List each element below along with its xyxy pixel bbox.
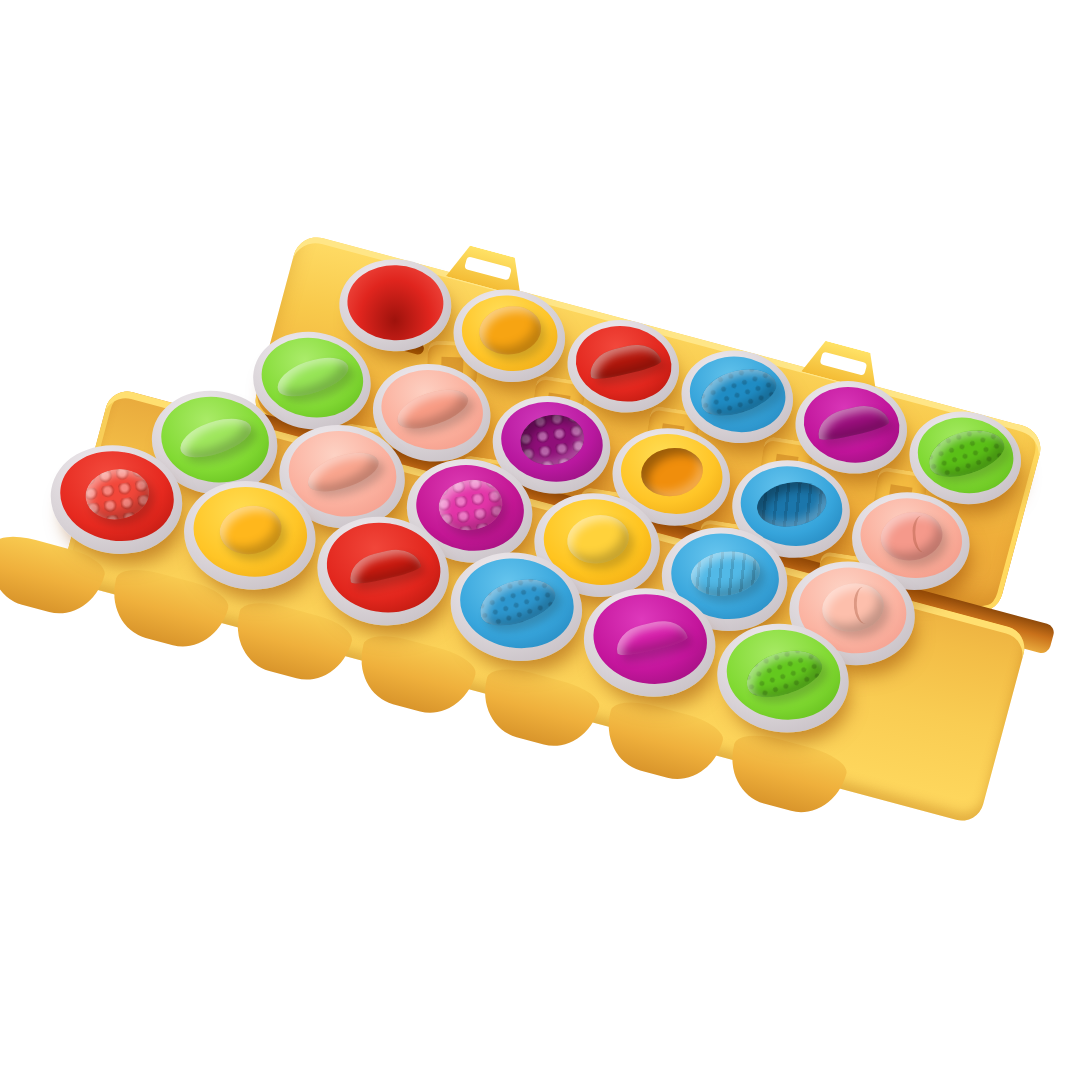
blue-egg-face xyxy=(684,349,791,439)
eggplant-shape xyxy=(612,615,688,658)
chili-pepper-shape xyxy=(586,340,662,383)
egg-shell xyxy=(709,615,856,742)
red-egg-face xyxy=(570,319,677,409)
egg-shell xyxy=(176,472,323,599)
magenta-egg-face xyxy=(587,587,713,692)
egg-4-6-green[interactable] xyxy=(709,615,856,742)
yellow-egg-face xyxy=(456,288,563,378)
eggplant-shape xyxy=(814,401,890,444)
egg-4-1-red[interactable] xyxy=(43,436,190,563)
egg-carton xyxy=(189,232,1046,847)
corn-shape xyxy=(922,421,1009,485)
green-egg-face xyxy=(912,410,1019,500)
egg-4-2-yellow[interactable] xyxy=(176,472,323,599)
pumpkin-shape xyxy=(754,477,830,531)
orange-shape xyxy=(638,443,707,500)
red-egg-face xyxy=(346,263,445,342)
blue-egg-face xyxy=(454,551,580,656)
egg-4-3-red[interactable] xyxy=(309,507,456,634)
corn-shape xyxy=(740,641,827,705)
mango-shape xyxy=(476,302,545,359)
product-photo-stage xyxy=(0,0,1080,1080)
egg-shell xyxy=(309,507,456,634)
orange-shape xyxy=(564,511,633,568)
bitter-melon-shape xyxy=(474,569,561,633)
egg-4-5-magenta[interactable] xyxy=(576,579,723,706)
peach-shape xyxy=(877,507,946,564)
red-egg-face xyxy=(321,515,447,620)
egg-shell xyxy=(443,543,590,670)
green-egg-face xyxy=(720,622,846,727)
magenta-egg-face xyxy=(798,380,905,470)
chili-pepper-shape xyxy=(346,544,422,587)
peach-shape xyxy=(819,579,888,636)
pumpkin-shape xyxy=(687,547,763,601)
egg-4-4-blue[interactable] xyxy=(443,543,590,670)
green-pepper-shape xyxy=(272,349,352,403)
carrot-shape xyxy=(392,381,472,435)
red-egg-face xyxy=(54,444,180,549)
bitter-melon-shape xyxy=(694,360,781,424)
egg-shell xyxy=(43,436,190,563)
egg-shell xyxy=(576,579,723,706)
mango-shape xyxy=(216,501,285,558)
raspberry-shape xyxy=(82,464,153,523)
yellow-egg-face xyxy=(187,480,313,585)
grapes-shape xyxy=(517,410,588,469)
